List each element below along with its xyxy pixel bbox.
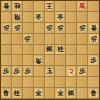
square-r4c1[interactable] xyxy=(1,34,12,45)
square-r1c4[interactable] xyxy=(34,1,45,12)
square-r2c2[interactable]: 飛 xyxy=(12,12,23,23)
square-r6c1[interactable] xyxy=(1,55,12,66)
square-r7c3[interactable]: 歩 xyxy=(23,66,34,77)
square-r2c7[interactable] xyxy=(66,12,77,23)
square-r3c9[interactable]: 香 xyxy=(88,23,99,34)
sente-lance[interactable]: 香 xyxy=(2,89,10,98)
square-r4c7[interactable] xyxy=(66,34,77,45)
square-r6c5[interactable] xyxy=(45,55,56,66)
square-r7c6[interactable] xyxy=(55,66,66,77)
square-r9c5[interactable] xyxy=(45,88,56,99)
square-r1c9[interactable] xyxy=(88,1,99,12)
sente-pawn[interactable]: 歩 xyxy=(23,67,32,76)
square-r4c3[interactable]: 歩 xyxy=(23,34,34,45)
square-r1c3[interactable] xyxy=(23,1,34,12)
square-r3c5[interactable]: 歩 xyxy=(45,23,56,34)
gote-pawn[interactable]: 歩 xyxy=(23,34,32,43)
square-r9c9[interactable]: 香 xyxy=(88,88,99,99)
sente-knight[interactable]: 桂 xyxy=(56,45,65,54)
sente-pawn[interactable]: 歩 xyxy=(89,56,98,65)
gote-pawn[interactable]: 歩 xyxy=(89,34,98,43)
square-r9c6[interactable]: 金 xyxy=(55,88,66,99)
square-r7c7[interactable]: と xyxy=(66,66,77,77)
square-r6c2[interactable] xyxy=(12,55,23,66)
square-r7c4[interactable] xyxy=(34,66,45,77)
gote-bishop[interactable]: 角 xyxy=(34,56,43,65)
square-r3c7[interactable] xyxy=(66,23,77,34)
square-r5c5[interactable]: 銀 xyxy=(45,45,56,56)
gote-pawn[interactable]: 歩 xyxy=(45,23,54,32)
sente-gold[interactable]: 金 xyxy=(56,89,65,98)
square-r4c2[interactable] xyxy=(12,34,23,45)
square-r5c6[interactable]: 桂 xyxy=(55,45,66,56)
gote-lance[interactable]: 香 xyxy=(2,1,10,10)
sente-pawn[interactable]: 歩 xyxy=(2,67,10,76)
square-r9c1[interactable]: 香 xyxy=(1,88,12,99)
gote-tokin[interactable]: と xyxy=(67,67,76,76)
square-r2c6[interactable]: 金 xyxy=(55,12,66,23)
sente-lance[interactable]: 香 xyxy=(89,89,98,98)
square-r4c6[interactable] xyxy=(55,34,66,45)
square-r6c4[interactable]: 角 xyxy=(34,55,45,66)
gote-king[interactable]: 王 xyxy=(45,1,54,10)
square-r4c9[interactable]: 歩 xyxy=(88,34,99,45)
gote-pawn[interactable]: 歩 xyxy=(13,23,22,32)
sente-silver[interactable]: 銀 xyxy=(67,89,76,98)
square-r8c8[interactable] xyxy=(77,77,88,88)
square-r5c9[interactable] xyxy=(88,45,99,56)
square-r3c2[interactable]: 歩 xyxy=(12,23,23,34)
square-r9c2[interactable]: 桂 xyxy=(12,88,23,99)
gote-rook[interactable]: 飛 xyxy=(13,12,22,21)
gote-knight[interactable]: 桂 xyxy=(13,1,22,10)
square-r1c6[interactable] xyxy=(55,1,66,12)
square-r8c5[interactable] xyxy=(45,77,56,88)
square-r1c8[interactable]: 馬 xyxy=(77,1,88,12)
square-r9c8[interactable] xyxy=(77,88,88,99)
square-r2c8[interactable] xyxy=(77,12,88,23)
sente-gold[interactable]: 金 xyxy=(34,89,43,98)
square-r9c7[interactable]: 銀 xyxy=(66,88,77,99)
sente-knight[interactable]: 桂 xyxy=(13,89,22,98)
gote-gold[interactable]: 金 xyxy=(56,12,65,21)
square-r3c1[interactable]: 歩 xyxy=(1,23,12,34)
sente-king[interactable]: 玉 xyxy=(45,67,54,76)
square-r6c8[interactable] xyxy=(77,55,88,66)
gote-gold[interactable]: 金 xyxy=(34,12,43,21)
square-r5c7[interactable] xyxy=(66,45,77,56)
square-r1c5[interactable]: 王 xyxy=(45,1,56,12)
square-r6c3[interactable] xyxy=(23,55,34,66)
gote-pawn[interactable]: 歩 xyxy=(2,23,10,32)
square-r6c6[interactable] xyxy=(55,55,66,66)
square-r1c7[interactable] xyxy=(66,1,77,12)
square-r5c8[interactable] xyxy=(77,45,88,56)
square-r3c6[interactable]: 歩 xyxy=(55,23,66,34)
square-r2c4[interactable]: 金 xyxy=(34,12,45,23)
gote-pawn[interactable]: 歩 xyxy=(56,23,65,32)
square-r8c2[interactable] xyxy=(12,77,23,88)
shogi-app: 香桂王馬飛金金歩歩歩歩歩香歩歩銀桂角歩歩歩歩玉と歩香桂金金銀香 xyxy=(0,0,100,100)
square-r8c3[interactable] xyxy=(23,77,34,88)
square-r2c1[interactable] xyxy=(1,12,12,23)
sente-promoted-bishop[interactable]: 馬 xyxy=(78,1,87,10)
square-r8c7[interactable] xyxy=(66,77,77,88)
square-r4c4[interactable] xyxy=(34,34,45,45)
square-r2c9[interactable] xyxy=(88,12,99,23)
square-r2c5[interactable] xyxy=(45,12,56,23)
square-r9c4[interactable]: 金 xyxy=(34,88,45,99)
square-r6c9[interactable]: 歩 xyxy=(88,55,99,66)
sente-silver[interactable]: 銀 xyxy=(45,45,54,54)
square-r3c3[interactable] xyxy=(23,23,34,34)
square-r4c8[interactable] xyxy=(77,34,88,45)
square-r7c2[interactable]: 歩 xyxy=(12,66,23,77)
sente-pawn[interactable]: 歩 xyxy=(78,67,87,76)
square-r7c9[interactable] xyxy=(88,66,99,77)
gote-pawn[interactable]: 歩 xyxy=(78,23,87,32)
square-r3c4[interactable] xyxy=(34,23,45,34)
square-r5c3[interactable] xyxy=(23,45,34,56)
square-r2c3[interactable] xyxy=(23,12,34,23)
square-r3c8[interactable]: 歩 xyxy=(77,23,88,34)
square-r7c8[interactable]: 歩 xyxy=(77,66,88,77)
square-r8c1[interactable] xyxy=(1,77,12,88)
square-r8c9[interactable] xyxy=(88,77,99,88)
square-r9c3[interactable] xyxy=(23,88,34,99)
shogi-board: 香桂王馬飛金金歩歩歩歩歩香歩歩銀桂角歩歩歩歩玉と歩香桂金金銀香 xyxy=(0,0,100,100)
square-r5c4[interactable] xyxy=(34,45,45,56)
square-r5c1[interactable] xyxy=(1,45,12,56)
square-r1c2[interactable]: 桂 xyxy=(12,1,23,12)
square-r8c6[interactable] xyxy=(55,77,66,88)
square-r8c4[interactable] xyxy=(34,77,45,88)
square-r6c7[interactable] xyxy=(66,55,77,66)
square-r7c1[interactable]: 歩 xyxy=(1,66,12,77)
square-r5c2[interactable] xyxy=(12,45,23,56)
square-r4c5[interactable] xyxy=(45,34,56,45)
square-r1c1[interactable]: 香 xyxy=(1,1,12,12)
square-r7c5[interactable]: 玉 xyxy=(45,66,56,77)
gote-lance[interactable]: 香 xyxy=(89,23,98,32)
sente-pawn[interactable]: 歩 xyxy=(13,67,22,76)
